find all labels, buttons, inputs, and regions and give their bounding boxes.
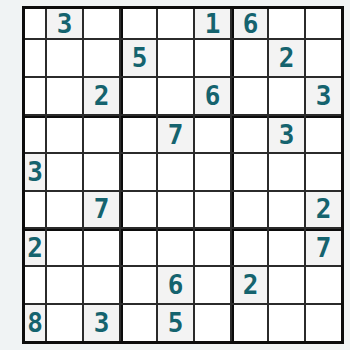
cell-r4c7[interactable]: [232, 116, 267, 152]
cell-r6c7[interactable]: [232, 192, 267, 228]
given-digit: 2: [316, 196, 332, 222]
cell-r2c8: 2: [269, 40, 304, 76]
cell-r1c2: 3: [47, 9, 82, 38]
cell-r1c9[interactable]: [306, 9, 341, 38]
cell-r4c5: 7: [158, 116, 193, 152]
cell-r1c3[interactable]: [84, 9, 119, 38]
cell-r5c4[interactable]: [121, 154, 156, 190]
cell-r2c3[interactable]: [84, 40, 119, 76]
given-digit: 3: [279, 122, 295, 148]
cell-r7c3[interactable]: [84, 229, 119, 265]
cell-r5c9[interactable]: [306, 154, 341, 190]
cell-r4c2[interactable]: [47, 116, 82, 152]
cell-r5c8[interactable]: [269, 154, 304, 190]
given-digit: 6: [243, 11, 259, 37]
cell-r7c6[interactable]: [195, 229, 230, 265]
cell-r5c2[interactable]: [47, 154, 82, 190]
cell-r3c8[interactable]: [269, 78, 304, 114]
cell-r8c1[interactable]: [25, 267, 45, 303]
sudoku-board: 31652263733722762835: [22, 6, 344, 344]
cell-r3c4[interactable]: [121, 78, 156, 114]
cell-r3c5[interactable]: [158, 78, 193, 114]
cell-r7c7[interactable]: [232, 229, 267, 265]
cell-r1c8[interactable]: [269, 9, 304, 38]
cell-r3c2[interactable]: [47, 78, 82, 114]
cell-r9c1: 8: [25, 305, 45, 341]
cell-r5c1: 3: [25, 154, 45, 190]
cell-r5c5[interactable]: [158, 154, 193, 190]
given-digit: 2: [27, 235, 43, 261]
cell-r8c6[interactable]: [195, 267, 230, 303]
cell-r4c9[interactable]: [306, 116, 341, 152]
cell-r4c1[interactable]: [25, 116, 45, 152]
cell-r5c3[interactable]: [84, 154, 119, 190]
cell-r7c9: 7: [306, 229, 341, 265]
cell-r6c1[interactable]: [25, 192, 45, 228]
cell-r9c4[interactable]: [121, 305, 156, 341]
cell-r3c3: 2: [84, 78, 119, 114]
cell-r1c1[interactable]: [25, 9, 45, 38]
cell-r2c7[interactable]: [232, 40, 267, 76]
cell-r6c8[interactable]: [269, 192, 304, 228]
given-digit: 5: [168, 310, 184, 336]
cell-r3c1[interactable]: [25, 78, 45, 114]
cell-r6c6[interactable]: [195, 192, 230, 228]
given-digit: 8: [27, 310, 43, 336]
cell-r1c4[interactable]: [121, 9, 156, 38]
cell-r1c5[interactable]: [158, 9, 193, 38]
cell-r2c2[interactable]: [47, 40, 82, 76]
given-digit: 6: [168, 272, 184, 298]
given-digit: 1: [205, 11, 221, 37]
given-digit: 2: [279, 45, 295, 71]
cell-r1c6: 1: [195, 9, 230, 38]
cell-r8c7: 2: [232, 267, 267, 303]
cell-r6c2[interactable]: [47, 192, 82, 228]
cell-r4c3[interactable]: [84, 116, 119, 152]
cell-r1c7: 6: [232, 9, 267, 38]
given-digit: 3: [94, 310, 110, 336]
cell-r2c9[interactable]: [306, 40, 341, 76]
cell-r2c5[interactable]: [158, 40, 193, 76]
given-digit: 3: [316, 83, 332, 109]
cell-r3c7[interactable]: [232, 78, 267, 114]
cell-r9c9[interactable]: [306, 305, 341, 341]
cell-r8c5: 6: [158, 267, 193, 303]
cell-r6c5[interactable]: [158, 192, 193, 228]
cell-r4c8: 3: [269, 116, 304, 152]
given-digit: 2: [94, 83, 110, 109]
cell-r8c2[interactable]: [47, 267, 82, 303]
cell-r7c5[interactable]: [158, 229, 193, 265]
cell-r3c9: 3: [306, 78, 341, 114]
given-digit: 7: [316, 235, 332, 261]
given-digit: 3: [57, 11, 73, 37]
given-digit: 5: [132, 45, 148, 71]
cell-r9c8[interactable]: [269, 305, 304, 341]
cell-r2c6[interactable]: [195, 40, 230, 76]
cell-r7c8[interactable]: [269, 229, 304, 265]
cell-r9c3: 3: [84, 305, 119, 341]
cell-r4c6[interactable]: [195, 116, 230, 152]
cell-r9c2[interactable]: [47, 305, 82, 341]
cell-r6c9: 2: [306, 192, 341, 228]
cell-r8c3[interactable]: [84, 267, 119, 303]
cell-r9c6[interactable]: [195, 305, 230, 341]
cell-r7c2[interactable]: [47, 229, 82, 265]
given-digit: 6: [205, 83, 221, 109]
cell-r7c4[interactable]: [121, 229, 156, 265]
cell-r6c4[interactable]: [121, 192, 156, 228]
cell-r8c9[interactable]: [306, 267, 341, 303]
cell-r8c8[interactable]: [269, 267, 304, 303]
cell-r3c6: 6: [195, 78, 230, 114]
cell-r5c7[interactable]: [232, 154, 267, 190]
cell-r7c1: 2: [25, 229, 45, 265]
cell-r6c3: 7: [84, 192, 119, 228]
given-digit: 7: [94, 196, 110, 222]
cell-r5c6[interactable]: [195, 154, 230, 190]
cell-r9c7[interactable]: [232, 305, 267, 341]
given-digit: 7: [168, 122, 184, 148]
cell-r2c4: 5: [121, 40, 156, 76]
cell-r2c1[interactable]: [25, 40, 45, 76]
given-digit: 3: [27, 159, 43, 185]
cell-r4c4[interactable]: [121, 116, 156, 152]
given-digit: 2: [243, 272, 259, 298]
cell-r8c4[interactable]: [121, 267, 156, 303]
cell-r9c5: 5: [158, 305, 193, 341]
